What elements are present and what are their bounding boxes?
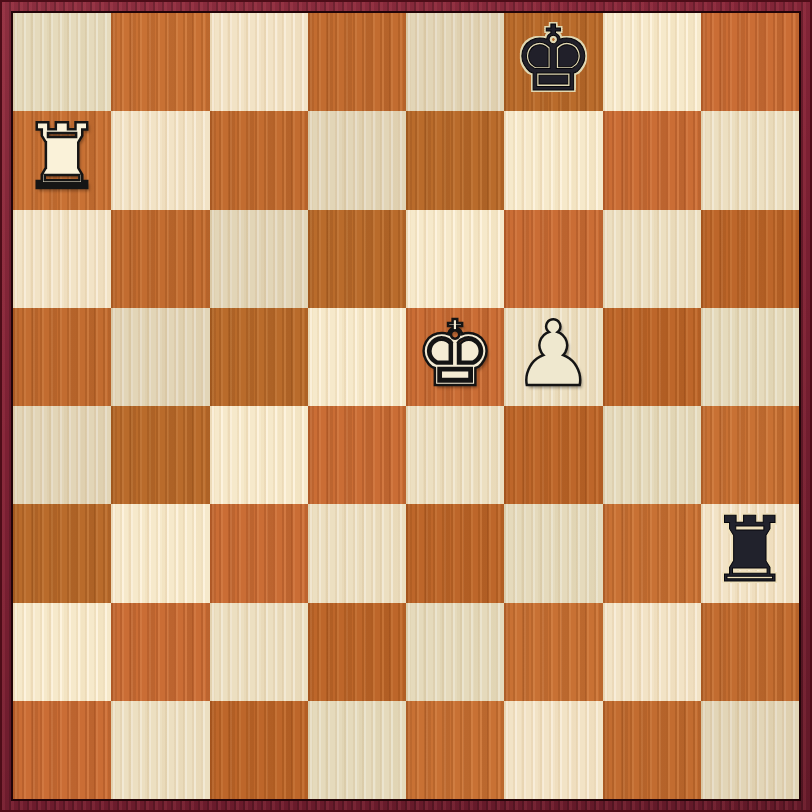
square-f2[interactable] — [504, 603, 602, 701]
square-f4[interactable] — [504, 406, 602, 504]
square-g1[interactable] — [603, 701, 701, 799]
piece-black-rook[interactable]: ♜ — [710, 505, 791, 595]
square-g6[interactable] — [603, 210, 701, 308]
board-frame: ♚♜♚♟♜ — [0, 0, 812, 812]
piece-white-rook[interactable]: ♜ — [22, 112, 103, 202]
square-a8[interactable] — [13, 13, 111, 111]
square-g2[interactable] — [603, 603, 701, 701]
square-h6[interactable] — [701, 210, 799, 308]
square-c4[interactable] — [210, 406, 308, 504]
square-b4[interactable] — [111, 406, 209, 504]
square-d8[interactable] — [308, 13, 406, 111]
square-a1[interactable] — [13, 701, 111, 799]
square-e4[interactable] — [406, 406, 504, 504]
square-b2[interactable] — [111, 603, 209, 701]
square-g8[interactable] — [603, 13, 701, 111]
square-d7[interactable] — [308, 111, 406, 209]
square-b5[interactable] — [111, 308, 209, 406]
square-e6[interactable] — [406, 210, 504, 308]
square-d6[interactable] — [308, 210, 406, 308]
square-b7[interactable] — [111, 111, 209, 209]
square-f8[interactable]: ♚ — [504, 13, 602, 111]
square-a3[interactable] — [13, 504, 111, 602]
piece-white-pawn[interactable]: ♟ — [513, 309, 594, 399]
square-f1[interactable] — [504, 701, 602, 799]
square-e7[interactable] — [406, 111, 504, 209]
square-e5[interactable]: ♚ — [406, 308, 504, 406]
square-d4[interactable] — [308, 406, 406, 504]
square-b3[interactable] — [111, 504, 209, 602]
square-b1[interactable] — [111, 701, 209, 799]
square-a6[interactable] — [13, 210, 111, 308]
square-f5[interactable]: ♟ — [504, 308, 602, 406]
square-d1[interactable] — [308, 701, 406, 799]
square-h3[interactable]: ♜ — [701, 504, 799, 602]
square-c7[interactable] — [210, 111, 308, 209]
square-b6[interactable] — [111, 210, 209, 308]
square-c6[interactable] — [210, 210, 308, 308]
square-e3[interactable] — [406, 504, 504, 602]
square-c1[interactable] — [210, 701, 308, 799]
square-c2[interactable] — [210, 603, 308, 701]
square-h4[interactable] — [701, 406, 799, 504]
square-b8[interactable] — [111, 13, 209, 111]
piece-black-king[interactable]: ♚ — [513, 14, 594, 104]
square-c3[interactable] — [210, 504, 308, 602]
square-g4[interactable] — [603, 406, 701, 504]
chess-board: ♚♜♚♟♜ — [11, 11, 801, 801]
square-h2[interactable] — [701, 603, 799, 701]
square-e8[interactable] — [406, 13, 504, 111]
square-e1[interactable] — [406, 701, 504, 799]
square-a4[interactable] — [13, 406, 111, 504]
square-h5[interactable] — [701, 308, 799, 406]
square-f3[interactable] — [504, 504, 602, 602]
square-g3[interactable] — [603, 504, 701, 602]
piece-white-king[interactable]: ♚ — [415, 309, 496, 399]
square-a7[interactable]: ♜ — [13, 111, 111, 209]
square-d3[interactable] — [308, 504, 406, 602]
square-d5[interactable] — [308, 308, 406, 406]
square-d2[interactable] — [308, 603, 406, 701]
square-g7[interactable] — [603, 111, 701, 209]
square-f6[interactable] — [504, 210, 602, 308]
square-h7[interactable] — [701, 111, 799, 209]
square-c5[interactable] — [210, 308, 308, 406]
square-h1[interactable] — [701, 701, 799, 799]
square-c8[interactable] — [210, 13, 308, 111]
square-g5[interactable] — [603, 308, 701, 406]
square-h8[interactable] — [701, 13, 799, 111]
square-e2[interactable] — [406, 603, 504, 701]
square-a2[interactable] — [13, 603, 111, 701]
square-a5[interactable] — [13, 308, 111, 406]
square-f7[interactable] — [504, 111, 602, 209]
